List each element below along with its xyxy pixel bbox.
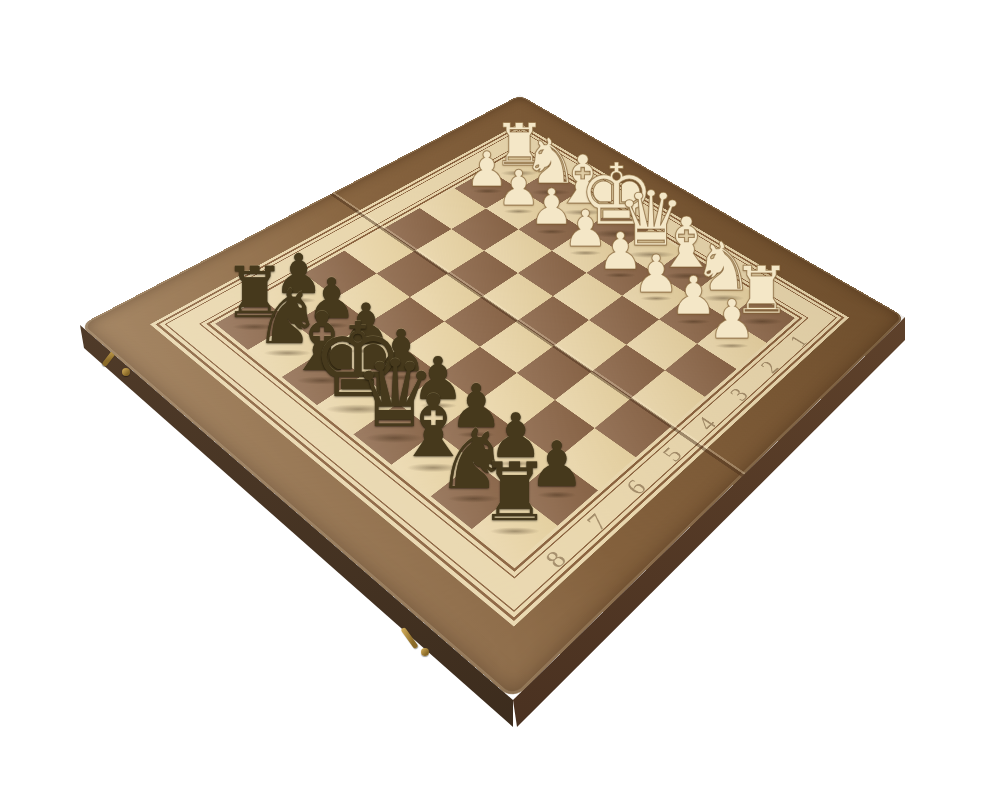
product-photo-scene: 12345678 ♜♞♝♛♚♝♞♜♟♟♟♟♟♟♟♟♟♟♟♟♟♟♟♟♜♞♝♛♚♝♞… [0,0,1000,806]
rook-icon: ♜ [479,454,551,534]
piece-white-pawn-a2[interactable]: ♟ [708,294,756,348]
pawn-icon: ♟ [708,294,756,348]
pieces-layer: ♜♞♝♛♚♝♞♜♟♟♟♟♟♟♟♟♟♟♟♟♟♟♟♟♜♞♝♛♚♝♞♜ [0,0,1000,806]
piece-dark-rook-a8[interactable]: ♜ [479,454,551,534]
piece-shadow [490,527,540,535]
